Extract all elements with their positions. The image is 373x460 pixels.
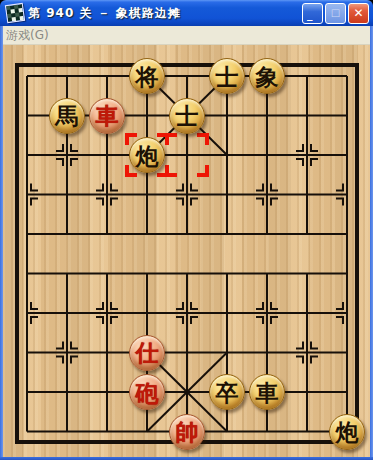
piece-glyph: 士 <box>176 104 199 127</box>
piece-glyph: 砲 <box>136 381 159 404</box>
piece-glyph: 馬 <box>56 104 79 127</box>
xiangqi-board[interactable]: 将士象馬車士炮仕砲卒車帥炮 <box>0 45 373 460</box>
piece-glyph: 卒 <box>216 381 239 404</box>
piece-red-chariot[interactable]: 車 <box>89 98 125 134</box>
piece-red-cannon[interactable]: 砲 <box>129 374 165 410</box>
piece-red-advisor[interactable]: 仕 <box>129 335 165 371</box>
piece-red-general[interactable]: 帥 <box>169 414 205 450</box>
menu-item-game[interactable]: 游戏(G) <box>0 27 55 44</box>
piece-black-cannon[interactable]: 炮 <box>329 414 365 450</box>
minimize-button[interactable]: _ <box>302 3 323 24</box>
piece-glyph: 仕 <box>136 341 159 364</box>
piece-glyph: 象 <box>256 65 279 88</box>
window-title: 第 940 关 － 象棋路边摊 <box>28 5 302 22</box>
close-button[interactable]: ✕ <box>348 3 369 24</box>
maximize-button[interactable]: □ <box>325 3 346 24</box>
piece-black-horse[interactable]: 馬 <box>49 98 85 134</box>
title-bar: 第 940 关 － 象棋路边摊 _ □ ✕ <box>0 0 373 26</box>
piece-black-pawn[interactable]: 卒 <box>209 374 245 410</box>
piece-black-advisor[interactable]: 士 <box>169 98 205 134</box>
app-icon <box>5 3 25 23</box>
menu-bar: 游戏(G) <box>0 26 373 45</box>
piece-black-cannon[interactable]: 炮 <box>129 137 165 173</box>
window-controls: _ □ ✕ <box>302 3 369 24</box>
piece-black-advisor[interactable]: 士 <box>209 58 245 94</box>
piece-black-elephant[interactable]: 象 <box>249 58 285 94</box>
app-window: 第 940 关 － 象棋路边摊 _ □ ✕ 游戏(G) <box>0 0 373 460</box>
window-border-left <box>0 26 3 460</box>
piece-glyph: 士 <box>216 65 239 88</box>
piece-glyph: 将 <box>136 65 159 88</box>
piece-black-chariot[interactable]: 車 <box>249 374 285 410</box>
piece-glyph: 帥 <box>176 420 199 443</box>
piece-glyph: 炮 <box>336 420 359 443</box>
piece-black-general[interactable]: 将 <box>129 58 165 94</box>
piece-glyph: 車 <box>96 104 119 127</box>
piece-glyph: 炮 <box>136 144 159 167</box>
piece-glyph: 車 <box>256 381 279 404</box>
